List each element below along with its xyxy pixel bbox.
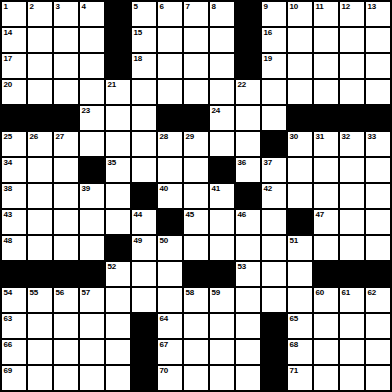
clue-number: 21	[108, 80, 116, 89]
clue-number: 18	[134, 54, 142, 63]
clue-number: 66	[4, 340, 12, 349]
grid-cell[interactable]	[54, 236, 78, 260]
grid-cell[interactable]: 70	[158, 366, 182, 390]
grid-cell[interactable]: 48	[2, 236, 26, 260]
black-cell	[158, 106, 182, 130]
grid-cell[interactable]: 66	[2, 340, 26, 364]
clue-number: 27	[56, 132, 64, 141]
grid-cell[interactable]	[184, 80, 208, 104]
grid-cell[interactable]	[132, 80, 156, 104]
clue-number: 67	[160, 340, 168, 349]
grid-cell[interactable]	[184, 366, 208, 390]
grid-cell[interactable]	[28, 236, 52, 260]
clue-number: 1	[4, 2, 8, 11]
clue-number: 42	[264, 184, 272, 193]
grid-cell[interactable]	[340, 184, 364, 208]
grid-cell[interactable]	[28, 210, 52, 234]
clue-number: 32	[342, 132, 350, 141]
grid-cell[interactable]	[80, 54, 104, 78]
grid-cell[interactable]	[54, 210, 78, 234]
grid-cell[interactable]	[210, 210, 234, 234]
clue-number: 43	[4, 210, 12, 219]
grid-cell[interactable]: 53	[236, 262, 260, 286]
grid-cell[interactable]	[54, 366, 78, 390]
grid-cell[interactable]: 20	[2, 80, 26, 104]
grid-cell[interactable]	[132, 132, 156, 156]
black-cell	[288, 210, 312, 234]
grid-cell[interactable]	[184, 184, 208, 208]
black-cell	[366, 106, 390, 130]
black-cell	[314, 106, 338, 130]
clue-number: 7	[186, 2, 190, 11]
grid-cell[interactable]	[54, 314, 78, 338]
clue-number: 29	[186, 132, 194, 141]
grid-cell[interactable]	[210, 366, 234, 390]
clue-number: 40	[160, 184, 168, 193]
grid-cell[interactable]	[314, 54, 338, 78]
grid-cell[interactable]	[288, 262, 312, 286]
grid-cell[interactable]	[28, 28, 52, 52]
grid-cell[interactable]	[210, 28, 234, 52]
grid-cell[interactable]: 40	[158, 184, 182, 208]
grid-cell[interactable]	[236, 288, 260, 312]
clue-number: 12	[342, 2, 350, 11]
grid-cell[interactable]: 36	[236, 158, 260, 182]
grid-cell[interactable]: 43	[2, 210, 26, 234]
black-cell	[158, 210, 182, 234]
grid-cell[interactable]	[236, 236, 260, 260]
grid-cell[interactable]	[210, 80, 234, 104]
clue-number: 46	[238, 210, 246, 219]
grid-cell[interactable]	[314, 236, 338, 260]
grid-cell[interactable]	[340, 236, 364, 260]
grid-cell[interactable]: 26	[28, 132, 52, 156]
clue-number: 15	[134, 28, 142, 37]
grid-cell[interactable]	[80, 366, 104, 390]
clue-number: 61	[342, 288, 350, 297]
black-cell	[236, 184, 260, 208]
clue-number: 63	[4, 314, 12, 323]
clue-number: 57	[82, 288, 90, 297]
clue-number: 44	[134, 210, 142, 219]
grid-cell[interactable]: 18	[132, 54, 156, 78]
grid-cell[interactable]: 67	[158, 340, 182, 364]
clue-number: 45	[186, 210, 194, 219]
black-cell	[314, 262, 338, 286]
grid-cell[interactable]: 41	[210, 184, 234, 208]
grid-cell[interactable]	[158, 288, 182, 312]
black-cell	[340, 262, 364, 286]
grid-cell[interactable]	[184, 28, 208, 52]
black-cell	[340, 106, 364, 130]
grid-cell[interactable]: 51	[288, 236, 312, 260]
grid-cell[interactable]: 11	[314, 2, 338, 26]
black-cell	[132, 184, 156, 208]
grid-cell[interactable]	[106, 340, 130, 364]
grid-cell[interactable]	[288, 80, 312, 104]
grid-cell[interactable]	[184, 236, 208, 260]
grid-cell[interactable]	[28, 184, 52, 208]
grid-cell[interactable]: 33	[366, 132, 390, 156]
grid-cell[interactable]: 54	[2, 288, 26, 312]
grid-cell[interactable]	[288, 54, 312, 78]
clue-number: 50	[160, 236, 168, 245]
black-cell	[106, 28, 130, 52]
grid-cell[interactable]: 32	[340, 132, 364, 156]
grid-cell[interactable]	[314, 314, 338, 338]
black-cell	[184, 262, 208, 286]
grid-cell[interactable]	[262, 236, 286, 260]
grid-cell[interactable]	[54, 184, 78, 208]
grid-cell[interactable]	[366, 80, 390, 104]
grid-cell[interactable]	[106, 366, 130, 390]
grid-cell[interactable]	[28, 340, 52, 364]
clue-number: 71	[290, 366, 298, 375]
grid-cell[interactable]: 8	[210, 2, 234, 26]
grid-cell[interactable]	[28, 80, 52, 104]
black-cell	[236, 28, 260, 52]
grid-cell[interactable]	[54, 54, 78, 78]
black-cell	[210, 262, 234, 286]
grid-cell[interactable]	[262, 210, 286, 234]
grid-cell[interactable]	[106, 210, 130, 234]
grid-cell[interactable]	[366, 314, 390, 338]
clue-number: 62	[368, 288, 376, 297]
grid-cell[interactable]: 50	[158, 236, 182, 260]
grid-cell[interactable]: 4	[80, 2, 104, 26]
clue-number: 33	[368, 132, 376, 141]
clue-number: 16	[264, 28, 272, 37]
grid-cell[interactable]	[366, 340, 390, 364]
clue-number: 34	[4, 158, 12, 167]
grid-cell[interactable]	[132, 262, 156, 286]
clue-number: 60	[316, 288, 324, 297]
grid-cell[interactable]	[366, 210, 390, 234]
clue-number: 13	[368, 2, 376, 11]
grid-cell[interactable]	[80, 340, 104, 364]
grid-cell[interactable]	[236, 340, 260, 364]
black-cell	[2, 106, 26, 130]
grid-cell[interactable]	[54, 28, 78, 52]
black-cell	[106, 54, 130, 78]
grid-cell[interactable]: 52	[106, 262, 130, 286]
grid-cell[interactable]	[132, 288, 156, 312]
grid-cell[interactable]	[210, 340, 234, 364]
grid-cell[interactable]: 64	[158, 314, 182, 338]
black-cell	[236, 2, 260, 26]
black-cell	[54, 106, 78, 130]
grid-cell[interactable]: 35	[106, 158, 130, 182]
clue-number: 19	[264, 54, 272, 63]
grid-cell[interactable]: 5	[132, 2, 156, 26]
grid-cell[interactable]	[106, 106, 130, 130]
grid-cell[interactable]	[236, 366, 260, 390]
grid-cell[interactable]: 17	[2, 54, 26, 78]
grid-cell[interactable]: 34	[2, 158, 26, 182]
clue-number: 70	[160, 366, 168, 375]
grid-cell[interactable]	[314, 340, 338, 364]
grid-cell[interactable]: 69	[2, 366, 26, 390]
grid-cell[interactable]	[262, 288, 286, 312]
clue-number: 5	[134, 2, 138, 11]
grid-cell[interactable]	[80, 28, 104, 52]
clue-number: 48	[4, 236, 12, 245]
grid-cell[interactable]: 1	[2, 2, 26, 26]
grid-cell[interactable]: 56	[54, 288, 78, 312]
clue-number: 30	[290, 132, 298, 141]
black-cell	[54, 262, 78, 286]
clue-number: 23	[82, 106, 90, 115]
grid-cell[interactable]	[236, 106, 260, 130]
black-cell	[262, 340, 286, 364]
grid-cell[interactable]	[158, 262, 182, 286]
grid-cell[interactable]	[106, 132, 130, 156]
grid-cell[interactable]: 46	[236, 210, 260, 234]
grid-cell[interactable]	[158, 54, 182, 78]
clue-number: 56	[56, 288, 64, 297]
grid-cell[interactable]: 61	[340, 288, 364, 312]
grid-cell[interactable]	[340, 366, 364, 390]
grid-cell[interactable]	[288, 184, 312, 208]
black-cell	[288, 106, 312, 130]
grid-cell[interactable]	[340, 54, 364, 78]
clue-number: 52	[108, 262, 116, 271]
grid-cell[interactable]: 45	[184, 210, 208, 234]
clue-number: 37	[264, 158, 272, 167]
black-cell	[184, 106, 208, 130]
grid-cell[interactable]	[80, 236, 104, 260]
black-cell	[262, 366, 286, 390]
black-cell	[28, 262, 52, 286]
grid-cell[interactable]	[340, 158, 364, 182]
grid-cell[interactable]	[54, 158, 78, 182]
grid-cell[interactable]	[236, 314, 260, 338]
grid-cell[interactable]	[158, 28, 182, 52]
black-cell	[106, 2, 130, 26]
grid-cell[interactable]	[106, 288, 130, 312]
grid-cell[interactable]: 63	[2, 314, 26, 338]
grid-cell[interactable]	[340, 340, 364, 364]
clue-number: 14	[4, 28, 12, 37]
grid-cell[interactable]: 57	[80, 288, 104, 312]
grid-cell[interactable]	[80, 80, 104, 104]
grid-cell[interactable]	[314, 158, 338, 182]
grid-cell[interactable]: 44	[132, 210, 156, 234]
grid-cell[interactable]	[132, 106, 156, 130]
grid-cell[interactable]	[106, 184, 130, 208]
clue-number: 65	[290, 314, 298, 323]
grid-cell[interactable]: 15	[132, 28, 156, 52]
grid-cell[interactable]	[288, 288, 312, 312]
grid-cell[interactable]	[158, 80, 182, 104]
grid-cell[interactable]: 42	[262, 184, 286, 208]
grid-cell[interactable]	[28, 54, 52, 78]
grid-cell[interactable]: 55	[28, 288, 52, 312]
grid-cell[interactable]	[106, 314, 130, 338]
black-cell	[262, 314, 286, 338]
clue-number: 53	[238, 262, 246, 271]
grid-cell[interactable]: 71	[288, 366, 312, 390]
grid-cell[interactable]	[340, 210, 364, 234]
grid-cell[interactable]: 27	[54, 132, 78, 156]
grid-cell[interactable]	[314, 80, 338, 104]
grid-cell[interactable]	[28, 366, 52, 390]
grid-cell[interactable]	[184, 158, 208, 182]
crossword-grid: 1234567891011121314151617181920212223242…	[0, 0, 392, 392]
grid-cell[interactable]: 12	[340, 2, 364, 26]
grid-cell[interactable]	[366, 54, 390, 78]
grid-cell[interactable]: 25	[2, 132, 26, 156]
grid-cell[interactable]	[210, 236, 234, 260]
clue-number: 6	[160, 2, 164, 11]
grid-cell[interactable]	[184, 54, 208, 78]
grid-cell[interactable]: 16	[262, 28, 286, 52]
grid-cell[interactable]	[80, 132, 104, 156]
grid-cell[interactable]: 37	[262, 158, 286, 182]
black-cell	[28, 106, 52, 130]
clue-number: 54	[4, 288, 12, 297]
black-cell	[132, 314, 156, 338]
grid-cell[interactable]	[184, 340, 208, 364]
grid-cell[interactable]	[28, 158, 52, 182]
grid-cell[interactable]: 13	[366, 2, 390, 26]
black-cell	[2, 262, 26, 286]
grid-cell[interactable]: 10	[288, 2, 312, 26]
black-cell	[80, 262, 104, 286]
clue-number: 2	[30, 2, 34, 11]
clue-number: 4	[82, 2, 86, 11]
grid-cell[interactable]	[262, 262, 286, 286]
grid-cell[interactable]	[236, 132, 260, 156]
grid-cell[interactable]: 7	[184, 2, 208, 26]
black-cell	[262, 132, 286, 156]
grid-cell[interactable]: 60	[314, 288, 338, 312]
clue-number: 49	[134, 236, 142, 245]
grid-cell[interactable]	[366, 366, 390, 390]
grid-cell[interactable]: 49	[132, 236, 156, 260]
grid-cell[interactable]	[80, 210, 104, 234]
grid-cell[interactable]	[340, 314, 364, 338]
grid-cell[interactable]	[210, 314, 234, 338]
grid-cell[interactable]: 65	[288, 314, 312, 338]
grid-cell[interactable]	[366, 28, 390, 52]
grid-cell[interactable]	[340, 80, 364, 104]
clue-number: 31	[316, 132, 324, 141]
grid-cell[interactable]	[314, 184, 338, 208]
clue-number: 17	[4, 54, 12, 63]
clue-number: 55	[30, 288, 38, 297]
black-cell	[210, 158, 234, 182]
clue-number: 36	[238, 158, 246, 167]
grid-cell[interactable]	[288, 158, 312, 182]
grid-cell[interactable]: 2	[28, 2, 52, 26]
grid-cell[interactable]	[210, 132, 234, 156]
grid-cell[interactable]	[262, 80, 286, 104]
grid-cell[interactable]: 22	[236, 80, 260, 104]
black-cell	[132, 340, 156, 364]
grid-cell[interactable]: 62	[366, 288, 390, 312]
black-cell	[132, 366, 156, 390]
clue-number: 64	[160, 314, 168, 323]
clue-number: 68	[290, 340, 298, 349]
clue-number: 47	[316, 210, 324, 219]
grid-cell[interactable]	[80, 314, 104, 338]
clue-number: 8	[212, 2, 216, 11]
grid-cell[interactable]: 68	[288, 340, 312, 364]
clue-number: 58	[186, 288, 194, 297]
grid-cell[interactable]: 59	[210, 288, 234, 312]
clue-number: 22	[238, 80, 246, 89]
grid-cell[interactable]	[366, 184, 390, 208]
grid-cell[interactable]: 39	[80, 184, 104, 208]
black-cell	[366, 262, 390, 286]
grid-cell[interactable]: 19	[262, 54, 286, 78]
black-cell	[106, 236, 130, 260]
grid-cell[interactable]: 29	[184, 132, 208, 156]
clue-number: 38	[4, 184, 12, 193]
clue-number: 11	[316, 2, 324, 11]
grid-cell[interactable]: 6	[158, 2, 182, 26]
grid-cell[interactable]	[366, 236, 390, 260]
clue-number: 24	[212, 106, 220, 115]
clue-number: 59	[212, 288, 220, 297]
clue-number: 41	[212, 184, 220, 193]
clue-number: 39	[82, 184, 90, 193]
clue-number: 26	[30, 132, 38, 141]
grid-cell[interactable]	[54, 80, 78, 104]
grid-cell[interactable]	[366, 158, 390, 182]
clue-number: 20	[4, 80, 12, 89]
grid-cell[interactable]: 38	[2, 184, 26, 208]
clue-number: 69	[4, 366, 12, 375]
grid-cell[interactable]	[210, 54, 234, 78]
grid-cell[interactable]: 47	[314, 210, 338, 234]
clue-number: 10	[290, 2, 298, 11]
grid-cell[interactable]	[132, 158, 156, 182]
grid-cell[interactable]: 58	[184, 288, 208, 312]
grid-cell[interactable]: 14	[2, 28, 26, 52]
grid-cell[interactable]	[54, 340, 78, 364]
grid-cell[interactable]	[184, 314, 208, 338]
grid-cell[interactable]: 9	[262, 2, 286, 26]
grid-cell[interactable]: 21	[106, 80, 130, 104]
grid-cell[interactable]: 24	[210, 106, 234, 130]
clue-number: 28	[160, 132, 168, 141]
grid-cell[interactable]: 31	[314, 132, 338, 156]
grid-cell[interactable]	[262, 106, 286, 130]
grid-cell[interactable]: 23	[80, 106, 104, 130]
grid-cell[interactable]: 3	[54, 2, 78, 26]
grid-cell[interactable]	[288, 28, 312, 52]
grid-cell[interactable]	[158, 158, 182, 182]
black-cell	[236, 54, 260, 78]
clue-number: 9	[264, 2, 268, 11]
grid-cell[interactable]	[314, 366, 338, 390]
clue-number: 3	[56, 2, 60, 11]
clue-number: 25	[4, 132, 12, 141]
grid-cell[interactable]: 28	[158, 132, 182, 156]
grid-cell[interactable]	[28, 314, 52, 338]
clue-number: 35	[108, 158, 116, 167]
grid-cell[interactable]: 30	[288, 132, 312, 156]
black-cell	[80, 158, 104, 182]
grid-cell[interactable]	[340, 28, 364, 52]
grid-cell[interactable]	[314, 28, 338, 52]
clue-number: 51	[290, 236, 298, 245]
